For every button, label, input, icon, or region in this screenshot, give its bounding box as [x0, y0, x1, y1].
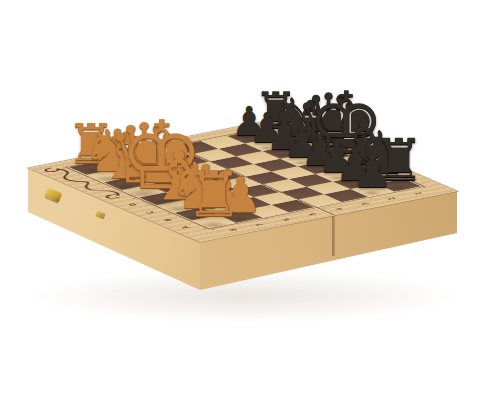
- rail-inlay-dot: [264, 218, 267, 219]
- white-rook-a8[interactable]: ♜: [186, 163, 242, 226]
- rank-label-4: 4: [333, 207, 345, 210]
- rank-label-5: 5: [307, 213, 319, 216]
- rank-label-6: 6: [280, 218, 292, 221]
- black-pawn-a2[interactable]: ♟: [352, 148, 393, 194]
- rank-label-3: 3: [360, 202, 372, 205]
- chess-box-photo: ABCD87654321 ♜♞♝♚♛♝♞♜♟♟♟♟♟♟♟♟♟♟♟♟♟♟♟♟♜♞♝…: [0, 0, 500, 400]
- box-fold-seam-front: [332, 216, 335, 256]
